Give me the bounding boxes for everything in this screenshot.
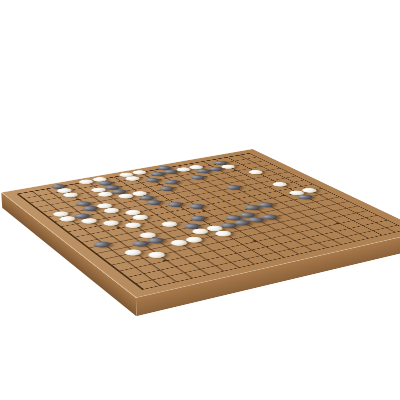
white-stone	[189, 228, 210, 236]
go-scene	[0, 0, 400, 400]
black-stone	[246, 216, 267, 223]
black-stone	[259, 213, 280, 220]
white-stone	[130, 214, 151, 221]
star-point	[162, 259, 168, 261]
star-point	[252, 240, 258, 242]
black-stone	[72, 212, 92, 219]
white-stone	[212, 230, 234, 238]
white-stone	[79, 217, 99, 224]
black-stone	[224, 214, 245, 221]
star-point	[115, 227, 121, 229]
black-stone	[145, 237, 167, 245]
white-stone	[123, 221, 144, 228]
white-stone	[58, 215, 78, 222]
black-stone	[232, 219, 253, 226]
white-stone	[51, 210, 71, 217]
white-stone	[122, 248, 144, 256]
white-stone	[204, 225, 225, 233]
star-point	[201, 210, 206, 212]
black-stone	[130, 240, 152, 248]
white-stone	[168, 239, 190, 247]
star-point	[335, 222, 341, 224]
black-stone	[181, 223, 202, 231]
board-surface[interactable]	[1, 149, 400, 298]
black-stone	[188, 215, 209, 222]
black-stone	[92, 241, 114, 249]
white-stone	[159, 221, 180, 228]
white-stone	[137, 231, 158, 239]
white-stone	[101, 219, 122, 226]
white-stone	[183, 236, 205, 244]
black-stone	[237, 211, 258, 218]
goban-3d	[1, 149, 400, 298]
black-stone	[218, 222, 239, 229]
white-stone	[146, 251, 168, 259]
board-grid	[16, 153, 400, 290]
